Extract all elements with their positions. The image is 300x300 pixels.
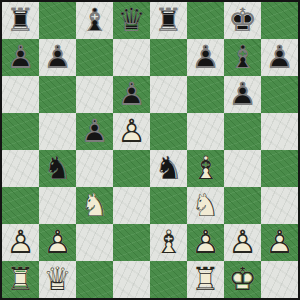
piece-black-king[interactable]: ♚♔ bbox=[224, 2, 261, 39]
square-h6[interactable] bbox=[261, 76, 298, 113]
square-d2[interactable] bbox=[113, 224, 150, 261]
piece-outline-glyph: ♘ bbox=[154, 151, 183, 183]
piece-outline-glyph: ♔ bbox=[228, 262, 257, 294]
piece-outline-glyph: ♙ bbox=[265, 225, 294, 257]
square-c1[interactable] bbox=[76, 261, 113, 298]
piece-black-rook[interactable]: ♜♖ bbox=[150, 2, 187, 39]
piece-black-queen[interactable]: ♛♕ bbox=[113, 2, 150, 39]
piece-outline-glyph: ♕ bbox=[43, 262, 72, 294]
piece-white-pawn[interactable]: ♟♙ bbox=[187, 224, 224, 261]
piece-outline-glyph: ♙ bbox=[265, 40, 294, 72]
piece-white-rook[interactable]: ♜♖ bbox=[187, 261, 224, 298]
square-c3[interactable]: ♞♘ bbox=[76, 187, 113, 224]
square-b7[interactable]: ♟♙ bbox=[39, 39, 76, 76]
piece-outline-glyph: ♔ bbox=[228, 3, 257, 35]
square-e6[interactable] bbox=[150, 76, 187, 113]
piece-black-pawn[interactable]: ♟♙ bbox=[187, 39, 224, 76]
square-f2[interactable]: ♟♙ bbox=[187, 224, 224, 261]
square-e5[interactable] bbox=[150, 113, 187, 150]
piece-white-pawn[interactable]: ♟♙ bbox=[2, 224, 39, 261]
square-c5[interactable]: ♟♙ bbox=[76, 113, 113, 150]
square-d4[interactable] bbox=[113, 150, 150, 187]
square-d3[interactable] bbox=[113, 187, 150, 224]
square-f7[interactable]: ♟♙ bbox=[187, 39, 224, 76]
piece-outline-glyph: ♙ bbox=[43, 225, 72, 257]
piece-outline-glyph: ♙ bbox=[191, 40, 220, 72]
piece-white-queen[interactable]: ♛♕ bbox=[39, 261, 76, 298]
piece-white-pawn[interactable]: ♟♙ bbox=[261, 224, 298, 261]
square-g4[interactable] bbox=[224, 150, 261, 187]
square-g8[interactable]: ♚♔ bbox=[224, 2, 261, 39]
square-h2[interactable]: ♟♙ bbox=[261, 224, 298, 261]
square-a1[interactable]: ♜♖ bbox=[2, 261, 39, 298]
square-c7[interactable] bbox=[76, 39, 113, 76]
square-a4[interactable] bbox=[2, 150, 39, 187]
square-d8[interactable]: ♛♕ bbox=[113, 2, 150, 39]
square-f4[interactable]: ♝♗ bbox=[187, 150, 224, 187]
piece-outline-glyph: ♙ bbox=[6, 225, 35, 257]
square-f3[interactable]: ♞♘ bbox=[187, 187, 224, 224]
piece-white-bishop[interactable]: ♝♗ bbox=[187, 150, 224, 187]
square-h3[interactable] bbox=[261, 187, 298, 224]
piece-outline-glyph: ♕ bbox=[117, 3, 146, 35]
piece-outline-glyph: ♙ bbox=[6, 40, 35, 72]
piece-white-king[interactable]: ♚♔ bbox=[224, 261, 261, 298]
piece-black-knight[interactable]: ♞♘ bbox=[150, 150, 187, 187]
piece-outline-glyph: ♙ bbox=[117, 77, 146, 109]
piece-outline-glyph: ♙ bbox=[117, 114, 146, 146]
square-g6[interactable]: ♟♙ bbox=[224, 76, 261, 113]
piece-outline-glyph: ♙ bbox=[228, 77, 257, 109]
square-e2[interactable]: ♝♗ bbox=[150, 224, 187, 261]
piece-outline-glyph: ♖ bbox=[154, 3, 183, 35]
piece-outline-glyph: ♗ bbox=[191, 151, 220, 183]
square-g3[interactable] bbox=[224, 187, 261, 224]
piece-outline-glyph: ♖ bbox=[6, 3, 35, 35]
piece-black-knight[interactable]: ♞♘ bbox=[39, 150, 76, 187]
piece-outline-glyph: ♗ bbox=[154, 225, 183, 257]
square-h1[interactable] bbox=[261, 261, 298, 298]
square-c2[interactable] bbox=[76, 224, 113, 261]
square-a6[interactable] bbox=[2, 76, 39, 113]
piece-outline-glyph: ♘ bbox=[80, 188, 109, 220]
square-f5[interactable] bbox=[187, 113, 224, 150]
square-b3[interactable] bbox=[39, 187, 76, 224]
square-a8[interactable]: ♜♖ bbox=[2, 2, 39, 39]
piece-white-knight[interactable]: ♞♘ bbox=[187, 187, 224, 224]
square-b1[interactable]: ♛♕ bbox=[39, 261, 76, 298]
square-b4[interactable]: ♞♘ bbox=[39, 150, 76, 187]
square-f1[interactable]: ♜♖ bbox=[187, 261, 224, 298]
square-h8[interactable] bbox=[261, 2, 298, 39]
square-b2[interactable]: ♟♙ bbox=[39, 224, 76, 261]
square-b6[interactable] bbox=[39, 76, 76, 113]
piece-outline-glyph: ♙ bbox=[191, 225, 220, 257]
square-h7[interactable]: ♟♙ bbox=[261, 39, 298, 76]
square-c4[interactable] bbox=[76, 150, 113, 187]
square-a3[interactable] bbox=[2, 187, 39, 224]
square-a7[interactable]: ♟♙ bbox=[2, 39, 39, 76]
piece-outline-glyph: ♗ bbox=[228, 40, 257, 72]
square-g1[interactable]: ♚♔ bbox=[224, 261, 261, 298]
square-c8[interactable]: ♝♗ bbox=[76, 2, 113, 39]
piece-black-rook[interactable]: ♜♖ bbox=[2, 2, 39, 39]
square-d7[interactable] bbox=[113, 39, 150, 76]
square-e7[interactable] bbox=[150, 39, 187, 76]
piece-outline-glyph: ♘ bbox=[191, 188, 220, 220]
piece-black-pawn[interactable]: ♟♙ bbox=[76, 113, 113, 150]
square-d1[interactable] bbox=[113, 261, 150, 298]
piece-white-pawn[interactable]: ♟♙ bbox=[113, 113, 150, 150]
square-g7[interactable]: ♝♗ bbox=[224, 39, 261, 76]
piece-outline-glyph: ♙ bbox=[43, 40, 72, 72]
piece-outline-glyph: ♗ bbox=[80, 3, 109, 35]
piece-black-bishop[interactable]: ♝♗ bbox=[224, 39, 261, 76]
piece-black-pawn[interactable]: ♟♙ bbox=[39, 39, 76, 76]
square-e3[interactable] bbox=[150, 187, 187, 224]
piece-black-pawn[interactable]: ♟♙ bbox=[261, 39, 298, 76]
piece-white-knight[interactable]: ♞♘ bbox=[76, 187, 113, 224]
square-h4[interactable] bbox=[261, 150, 298, 187]
square-c6[interactable] bbox=[76, 76, 113, 113]
piece-black-pawn[interactable]: ♟♙ bbox=[224, 76, 261, 113]
piece-outline-glyph: ♙ bbox=[80, 114, 109, 146]
square-f8[interactable] bbox=[187, 2, 224, 39]
chess-board: ♜♖♝♗♛♕♜♖♚♔♟♙♟♙♟♙♝♗♟♙♟♙♟♙♟♙♟♙♞♘♞♘♝♗♞♘♞♘♟♙… bbox=[0, 0, 300, 300]
square-a2[interactable]: ♟♙ bbox=[2, 224, 39, 261]
square-g2[interactable]: ♟♙ bbox=[224, 224, 261, 261]
square-h5[interactable] bbox=[261, 113, 298, 150]
piece-black-bishop[interactable]: ♝♗ bbox=[76, 2, 113, 39]
piece-white-pawn[interactable]: ♟♙ bbox=[39, 224, 76, 261]
piece-black-pawn[interactable]: ♟♙ bbox=[2, 39, 39, 76]
square-d5[interactable]: ♟♙ bbox=[113, 113, 150, 150]
piece-white-rook[interactable]: ♜♖ bbox=[2, 261, 39, 298]
square-e4[interactable]: ♞♘ bbox=[150, 150, 187, 187]
piece-white-pawn[interactable]: ♟♙ bbox=[224, 224, 261, 261]
piece-black-pawn[interactable]: ♟♙ bbox=[113, 76, 150, 113]
square-f6[interactable] bbox=[187, 76, 224, 113]
square-b5[interactable] bbox=[39, 113, 76, 150]
square-b8[interactable] bbox=[39, 2, 76, 39]
piece-outline-glyph: ♘ bbox=[43, 151, 72, 183]
piece-outline-glyph: ♙ bbox=[228, 225, 257, 257]
square-g5[interactable] bbox=[224, 113, 261, 150]
piece-outline-glyph: ♖ bbox=[191, 262, 220, 294]
square-e8[interactable]: ♜♖ bbox=[150, 2, 187, 39]
square-d6[interactable]: ♟♙ bbox=[113, 76, 150, 113]
square-e1[interactable] bbox=[150, 261, 187, 298]
square-a5[interactable] bbox=[2, 113, 39, 150]
piece-outline-glyph: ♖ bbox=[6, 262, 35, 294]
piece-white-bishop[interactable]: ♝♗ bbox=[150, 224, 187, 261]
